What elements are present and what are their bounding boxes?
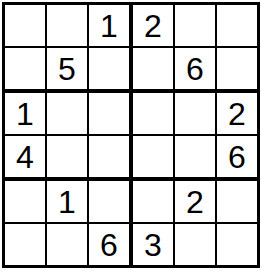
cell-r1c3[interactable]: 1 [87, 5, 129, 46]
cell-r5c3[interactable] [87, 177, 129, 222]
cell-r1c1[interactable] [5, 5, 45, 46]
cell-r1c2[interactable] [45, 5, 87, 46]
cell-r3c3[interactable] [87, 89, 129, 134]
cell-r5c5[interactable]: 2 [173, 177, 215, 222]
sudoku-board: 125612461263 [2, 2, 260, 268]
cell-r5c2[interactable]: 1 [45, 177, 87, 222]
cell-r6c5[interactable] [173, 222, 215, 265]
cell-r3c5[interactable] [173, 89, 215, 134]
cell-r1c5[interactable] [173, 5, 215, 46]
given-digit: 2 [186, 186, 204, 218]
cell-r5c6[interactable] [215, 177, 257, 222]
cell-r2c3[interactable] [87, 46, 129, 89]
cell-r3c2[interactable] [45, 89, 87, 134]
given-digit: 6 [228, 141, 246, 173]
given-digit: 6 [186, 53, 204, 85]
cell-r6c6[interactable] [215, 222, 257, 265]
cell-r4c5[interactable] [173, 134, 215, 177]
cell-r2c1[interactable] [5, 46, 45, 89]
given-digit: 2 [228, 98, 246, 130]
cell-r6c1[interactable] [5, 222, 45, 265]
cell-r4c2[interactable] [45, 134, 87, 177]
cell-r5c1[interactable] [5, 177, 45, 222]
cell-r4c1[interactable]: 4 [5, 134, 45, 177]
cell-r4c3[interactable] [87, 134, 129, 177]
given-digit: 5 [58, 53, 76, 85]
cell-r5c4[interactable] [129, 177, 173, 222]
cell-r2c4[interactable] [129, 46, 173, 89]
cell-r2c6[interactable] [215, 46, 257, 89]
page: 125612461263 [0, 0, 261, 273]
cell-r4c4[interactable] [129, 134, 173, 177]
cell-r6c2[interactable] [45, 222, 87, 265]
given-digit: 2 [144, 10, 162, 42]
cell-r2c2[interactable]: 5 [45, 46, 87, 89]
given-digit: 4 [16, 141, 34, 173]
cell-r6c3[interactable]: 6 [87, 222, 129, 265]
cell-r3c1[interactable]: 1 [5, 89, 45, 134]
cell-r3c4[interactable] [129, 89, 173, 134]
cell-r3c6[interactable]: 2 [215, 89, 257, 134]
cell-r1c6[interactable] [215, 5, 257, 46]
cell-r6c4[interactable]: 3 [129, 222, 173, 265]
cell-r1c4[interactable]: 2 [129, 5, 173, 46]
given-digit: 6 [100, 229, 118, 261]
given-digit: 1 [58, 186, 76, 218]
cell-r4c6[interactable]: 6 [215, 134, 257, 177]
given-digit: 1 [100, 10, 118, 42]
given-digit: 1 [16, 98, 34, 130]
cell-r2c5[interactable]: 6 [173, 46, 215, 89]
given-digit: 3 [144, 229, 162, 261]
